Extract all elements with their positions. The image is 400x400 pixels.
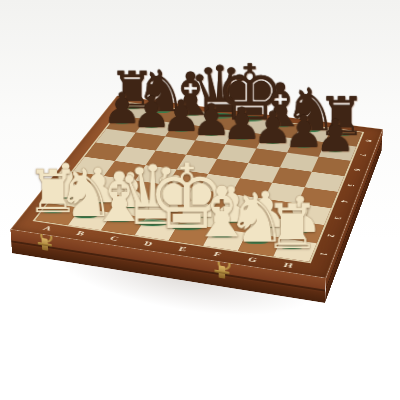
chess-case: ♜♞♝♛♚♝♞♜♟♟♟♟♟♟♟♟♟♟♟♟♟♟♟♟♜♞♝♛♚♝♞♜ A B C D… <box>10 96 383 279</box>
brass-clasp-icon <box>214 263 229 284</box>
square-h1[interactable]: ♜ <box>273 238 316 262</box>
board-scene: ♜♞♝♛♚♝♞♜♟♟♟♟♟♟♟♟♟♟♟♟♟♟♟♟♜♞♝♛♚♝♞♜ A B C D… <box>0 0 400 400</box>
brass-clasp-icon <box>37 235 52 256</box>
photo-background: ♜♞♝♛♚♝♞♜♟♟♟♟♟♟♟♟♟♟♟♟♟♟♟♟♜♞♝♛♚♝♞♜ A B C D… <box>0 0 400 400</box>
piece-white-rook[interactable]: ♜ <box>264 196 320 258</box>
